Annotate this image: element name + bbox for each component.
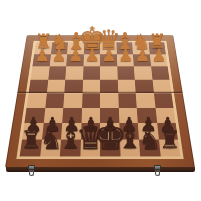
clasp-left bbox=[27, 165, 36, 178]
board-square bbox=[139, 139, 160, 156]
board-square bbox=[80, 139, 100, 156]
board-square bbox=[119, 139, 140, 156]
board-square bbox=[138, 123, 159, 139]
board-square bbox=[40, 139, 61, 156]
board-square bbox=[157, 123, 178, 139]
board-square bbox=[27, 93, 47, 107]
board-square bbox=[155, 108, 176, 123]
board-square bbox=[148, 42, 166, 54]
board-square bbox=[132, 42, 149, 54]
clasp-right bbox=[153, 165, 162, 178]
board-square bbox=[100, 42, 116, 54]
board-square bbox=[48, 66, 66, 79]
board-square bbox=[100, 108, 119, 123]
board-square bbox=[83, 66, 100, 79]
board-square bbox=[63, 93, 82, 107]
board-square bbox=[34, 42, 52, 54]
board-square bbox=[43, 108, 63, 123]
chess-set-photo: ♜♞♝♚♛♝♞♜♟♟♟♟♟♟♟♟♟♟♟♟♟♟♟♟♜♞♝♛♚♝♞♜ bbox=[0, 0, 201, 201]
board-square bbox=[67, 42, 84, 54]
board-square bbox=[32, 54, 50, 66]
board-square bbox=[154, 93, 174, 107]
board-square bbox=[65, 66, 83, 79]
board-square bbox=[60, 139, 81, 156]
board-square bbox=[100, 54, 117, 66]
board-square bbox=[20, 139, 42, 156]
board-square bbox=[118, 108, 137, 123]
board-square bbox=[100, 123, 119, 139]
board-square bbox=[149, 54, 167, 66]
chess-board bbox=[5, 35, 195, 168]
board-fold-seam bbox=[17, 92, 182, 93]
board-square bbox=[151, 66, 170, 79]
board-square bbox=[100, 66, 117, 79]
board-square bbox=[83, 54, 100, 66]
board-grid bbox=[20, 42, 181, 156]
board-square bbox=[62, 108, 81, 123]
board-square bbox=[49, 54, 67, 66]
board-square bbox=[31, 66, 50, 79]
board-square bbox=[118, 93, 137, 107]
board-square bbox=[137, 108, 157, 123]
board-square bbox=[100, 139, 120, 156]
board-square bbox=[81, 108, 100, 123]
clasp-hook-icon bbox=[155, 170, 160, 176]
clasp-hook-icon bbox=[29, 170, 34, 176]
board-square bbox=[133, 54, 151, 66]
board-square bbox=[136, 93, 155, 107]
board-square bbox=[22, 123, 43, 139]
board-square bbox=[24, 108, 45, 123]
board-inlay-border bbox=[16, 41, 183, 159]
board-square bbox=[51, 42, 68, 54]
board-square bbox=[66, 54, 83, 66]
board-square bbox=[45, 93, 64, 107]
board-square bbox=[119, 123, 139, 139]
board-square bbox=[82, 93, 100, 107]
board-square bbox=[100, 93, 118, 107]
board-square bbox=[116, 54, 133, 66]
board-square bbox=[42, 123, 63, 139]
board-square bbox=[81, 123, 100, 139]
board-square bbox=[158, 139, 180, 156]
board-square bbox=[61, 123, 81, 139]
board-square bbox=[84, 42, 100, 54]
board-square bbox=[134, 66, 152, 79]
board-square bbox=[117, 66, 135, 79]
board-square bbox=[116, 42, 133, 54]
